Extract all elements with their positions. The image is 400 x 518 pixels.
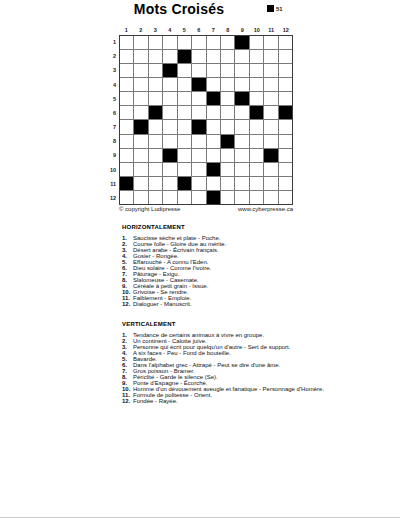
- cell-r7c5[interactable]: [178, 120, 191, 133]
- cell-r2c11[interactable]: [264, 50, 277, 63]
- cell-r6c12: [279, 106, 292, 119]
- clue-text: Fondée - Rayée.: [133, 398, 178, 404]
- row-label-5: 5: [101, 92, 116, 106]
- cell-r6c5[interactable]: [178, 106, 191, 119]
- across-section: HORIZONTALEMENT 1.Saucisse sèche et plat…: [122, 224, 226, 307]
- cell-r7c9[interactable]: [235, 120, 248, 133]
- cell-r9c12[interactable]: [279, 149, 292, 162]
- clue-number: 12.: [122, 398, 133, 404]
- cell-r1c7[interactable]: [207, 36, 220, 49]
- cell-r4c9[interactable]: [235, 78, 248, 91]
- cell-r7c3[interactable]: [149, 120, 162, 133]
- cell-r11c7[interactable]: [207, 177, 220, 190]
- cell-r12c9[interactable]: [235, 191, 248, 204]
- row-label-8: 8: [101, 134, 116, 148]
- cell-r8c10[interactable]: [250, 135, 263, 148]
- cell-r7c11[interactable]: [264, 120, 277, 133]
- cell-r8c5[interactable]: [178, 135, 191, 148]
- cell-r8c6[interactable]: [192, 135, 205, 148]
- cell-r7c12[interactable]: [279, 120, 292, 133]
- cell-r2c12[interactable]: [279, 50, 292, 63]
- cell-r2c7[interactable]: [207, 50, 220, 63]
- row-label-3: 3: [101, 63, 116, 77]
- cell-r9c11: [264, 149, 277, 162]
- cell-r6c8[interactable]: [221, 106, 234, 119]
- cell-r5c4[interactable]: [163, 92, 176, 105]
- cell-r9c8[interactable]: [221, 149, 234, 162]
- copyright-text: © copyright Ludipresse: [119, 206, 180, 212]
- cell-r2c4[interactable]: [163, 50, 176, 63]
- cell-r5c12[interactable]: [279, 92, 292, 105]
- cell-r5c6[interactable]: [192, 92, 205, 105]
- cell-r3c6[interactable]: [192, 64, 205, 77]
- cell-r9c2[interactable]: [134, 149, 147, 162]
- cell-r12c10[interactable]: [250, 191, 263, 204]
- cell-r9c3[interactable]: [149, 149, 162, 162]
- cell-r2c9[interactable]: [235, 50, 248, 63]
- cell-r4c5[interactable]: [178, 78, 191, 91]
- cell-r9c1[interactable]: [120, 149, 133, 162]
- cell-r3c2[interactable]: [134, 64, 147, 77]
- cell-r7c4[interactable]: [163, 120, 176, 133]
- cell-r9c4: [163, 149, 176, 162]
- cell-r4c7[interactable]: [207, 78, 220, 91]
- cell-r11c8[interactable]: [221, 177, 234, 190]
- cell-r3c4: [163, 64, 176, 77]
- cell-r1c2[interactable]: [134, 36, 147, 49]
- cell-r6c6[interactable]: [192, 106, 205, 119]
- cell-r4c8[interactable]: [221, 78, 234, 91]
- cell-r9c7[interactable]: [207, 149, 220, 162]
- cell-r6c7[interactable]: [207, 106, 220, 119]
- cell-r8c11[interactable]: [264, 135, 277, 148]
- credit-row: © copyright Ludipresse www.cyberpresse.c…: [119, 206, 293, 212]
- cell-r2c2[interactable]: [134, 50, 147, 63]
- cell-r11c2[interactable]: [134, 177, 147, 190]
- cell-r5c2[interactable]: [134, 92, 147, 105]
- cell-r1c12[interactable]: [279, 36, 292, 49]
- cell-r11c10[interactable]: [250, 177, 263, 190]
- cell-r12c12[interactable]: [279, 191, 292, 204]
- cell-r5c11[interactable]: [264, 92, 277, 105]
- grid-icon: [267, 5, 274, 12]
- cell-r9c6[interactable]: [192, 149, 205, 162]
- cell-r2c10[interactable]: [250, 50, 263, 63]
- col-label-4: 4: [163, 26, 178, 34]
- cell-r4c12[interactable]: [279, 78, 292, 91]
- cell-r8c9[interactable]: [235, 135, 248, 148]
- cell-r3c10[interactable]: [250, 64, 263, 77]
- down-header: VERTICALEMENT: [122, 321, 324, 327]
- cell-r11c3[interactable]: [149, 177, 162, 190]
- cell-r4c4[interactable]: [163, 78, 176, 91]
- cell-r10c2[interactable]: [134, 163, 147, 176]
- cell-r1c11[interactable]: [264, 36, 277, 49]
- down-clue-list: 1.Tendance de certains animaux à vivre e…: [122, 332, 324, 404]
- row-label-9: 9: [101, 148, 116, 162]
- issue-badge: 51: [267, 5, 283, 12]
- col-label-6: 6: [192, 26, 207, 34]
- cell-r5c7: [207, 92, 220, 105]
- col-label-2: 2: [134, 26, 149, 34]
- cell-r2c8[interactable]: [221, 50, 234, 63]
- cell-r5c1[interactable]: [120, 92, 133, 105]
- cell-r5c8[interactable]: [221, 92, 234, 105]
- cell-r6c10: [250, 106, 263, 119]
- across-clue-12: 12.Dialoguer - Manuscrit.: [122, 301, 226, 307]
- cell-r12c3[interactable]: [149, 191, 162, 204]
- cell-r12c1[interactable]: [120, 191, 133, 204]
- page-title: Mots Croisés: [134, 1, 224, 17]
- cell-r5c3[interactable]: [149, 92, 162, 105]
- cell-r1c9: [235, 36, 248, 49]
- cell-r12c11[interactable]: [264, 191, 277, 204]
- down-section: VERTICALEMENT 1.Tendance de certains ani…: [122, 321, 324, 404]
- cell-r10c11[interactable]: [264, 163, 277, 176]
- cell-r10c10[interactable]: [250, 163, 263, 176]
- website-text: www.cyberpresse.ca: [238, 206, 293, 212]
- cell-r11c9[interactable]: [235, 177, 248, 190]
- cell-r7c8[interactable]: [221, 120, 234, 133]
- cell-r8c8: [221, 135, 234, 148]
- cell-r10c7: [207, 163, 220, 176]
- cell-r4c11[interactable]: [264, 78, 277, 91]
- cell-r10c12[interactable]: [279, 163, 292, 176]
- cell-r4c2[interactable]: [134, 78, 147, 91]
- cell-r12c8[interactable]: [221, 191, 234, 204]
- cell-r5c9: [235, 92, 248, 105]
- cell-r1c1[interactable]: [120, 36, 133, 49]
- cell-r4c3[interactable]: [149, 78, 162, 91]
- col-label-12: 12: [279, 26, 294, 34]
- row-label-2: 2: [101, 49, 116, 63]
- cell-r3c5[interactable]: [178, 64, 191, 77]
- cell-r10c5[interactable]: [178, 163, 191, 176]
- cell-r3c8[interactable]: [221, 64, 234, 77]
- across-clue-list: 1.Saucisse sèche et plate - Poche.2.Cour…: [122, 235, 226, 307]
- cell-r8c3[interactable]: [149, 135, 162, 148]
- cell-r7c2: [134, 120, 147, 133]
- cell-r1c8[interactable]: [221, 36, 234, 49]
- cell-r1c4[interactable]: [163, 36, 176, 49]
- cell-r3c3[interactable]: [149, 64, 162, 77]
- cell-r6c1[interactable]: [120, 106, 133, 119]
- cell-r2c3[interactable]: [149, 50, 162, 63]
- row-label-6: 6: [101, 106, 116, 120]
- col-label-10: 10: [250, 26, 265, 34]
- cell-r7c10[interactable]: [250, 120, 263, 133]
- col-label-11: 11: [264, 26, 279, 34]
- cell-r7c6: [192, 120, 205, 133]
- clue-text: Dialoguer - Manuscrit.: [133, 301, 192, 307]
- cell-r8c2[interactable]: [134, 135, 147, 148]
- cell-r10c9[interactable]: [235, 163, 248, 176]
- cell-r9c10[interactable]: [250, 149, 263, 162]
- cell-r10c8[interactable]: [221, 163, 234, 176]
- cell-r12c4[interactable]: [163, 191, 176, 204]
- col-label-3: 3: [148, 26, 163, 34]
- cell-r12c5[interactable]: [178, 191, 191, 204]
- cell-r11c4[interactable]: [163, 177, 176, 190]
- cell-r6c4[interactable]: [163, 106, 176, 119]
- cell-r11c6[interactable]: [192, 177, 205, 190]
- cell-r1c5[interactable]: [178, 36, 191, 49]
- cell-r11c11[interactable]: [264, 177, 277, 190]
- cell-r8c1[interactable]: [120, 135, 133, 148]
- cell-r6c11[interactable]: [264, 106, 277, 119]
- cell-r8c7[interactable]: [207, 135, 220, 148]
- cell-r3c7[interactable]: [207, 64, 220, 77]
- cell-r6c2[interactable]: [134, 106, 147, 119]
- cell-r6c9[interactable]: [235, 106, 248, 119]
- column-labels: 123456789101112: [119, 26, 293, 34]
- cell-r9c9[interactable]: [235, 149, 248, 162]
- row-label-10: 10: [101, 163, 116, 177]
- row-label-1: 1: [101, 35, 116, 49]
- cell-r3c9[interactable]: [235, 64, 248, 77]
- cell-r4c6: [192, 78, 205, 91]
- row-label-12: 12: [101, 191, 116, 205]
- cell-r1c6[interactable]: [192, 36, 205, 49]
- row-label-4: 4: [101, 78, 116, 92]
- cell-r8c12[interactable]: [279, 135, 292, 148]
- cell-r3c11[interactable]: [264, 64, 277, 77]
- cell-r3c1[interactable]: [120, 64, 133, 77]
- cell-r5c5[interactable]: [178, 92, 191, 105]
- crossword-page: Mots Croisés 51 123456789101112 12345678…: [0, 0, 400, 518]
- cell-r1c3[interactable]: [149, 36, 162, 49]
- cell-r12c7: [207, 191, 220, 204]
- cell-r2c5: [178, 50, 191, 63]
- row-labels: 123456789101112: [101, 35, 116, 205]
- cell-r7c7[interactable]: [207, 120, 220, 133]
- row-label-7: 7: [101, 120, 116, 134]
- row-label-11: 11: [101, 177, 116, 191]
- cell-r1c10[interactable]: [250, 36, 263, 49]
- cell-r4c10[interactable]: [250, 78, 263, 91]
- cell-r11c1: [120, 177, 133, 190]
- cell-r8c4[interactable]: [163, 135, 176, 148]
- crossword-grid: [119, 35, 293, 205]
- cell-r6c3: [149, 106, 162, 119]
- col-label-7: 7: [206, 26, 221, 34]
- cell-r3c12[interactable]: [279, 64, 292, 77]
- col-label-8: 8: [221, 26, 236, 34]
- cell-r10c3[interactable]: [149, 163, 162, 176]
- cell-r2c1[interactable]: [120, 50, 133, 63]
- clue-number: 12.: [122, 301, 133, 307]
- cell-r4c1[interactable]: [120, 78, 133, 91]
- cell-r7c1[interactable]: [120, 120, 133, 133]
- cell-r10c1[interactable]: [120, 163, 133, 176]
- puzzle-number: 51: [276, 6, 283, 12]
- cell-r9c5[interactable]: [178, 149, 191, 162]
- col-label-1: 1: [119, 26, 134, 34]
- down-clue-12: 12.Fondée - Rayée.: [122, 398, 324, 404]
- cell-r12c6[interactable]: [192, 191, 205, 204]
- across-header: HORIZONTALEMENT: [122, 224, 226, 230]
- cell-r11c5: [178, 177, 191, 190]
- cell-r10c6[interactable]: [192, 163, 205, 176]
- col-label-9: 9: [235, 26, 250, 34]
- cell-r2c6[interactable]: [192, 50, 205, 63]
- col-label-5: 5: [177, 26, 192, 34]
- cell-r11c12[interactable]: [279, 177, 292, 190]
- cell-r10c4[interactable]: [163, 163, 176, 176]
- cell-r12c2[interactable]: [134, 191, 147, 204]
- cell-r5c10[interactable]: [250, 92, 263, 105]
